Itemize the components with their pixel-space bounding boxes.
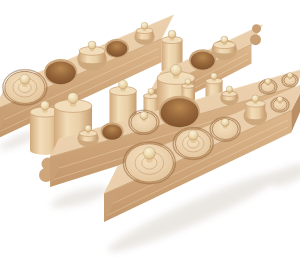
loose-cylinder-mid-tiny2-knob <box>185 79 191 85</box>
block-b-wavy-cap <box>252 24 261 33</box>
block-d-item-1-cylinder <box>123 142 175 184</box>
block-c-item-6-knob <box>265 79 271 85</box>
block-c-item-4-hole <box>160 98 198 127</box>
block-b-wavy-cap <box>250 34 261 45</box>
loose-cylinder-mid-left-knob <box>119 80 128 89</box>
block-a-item-5-knob <box>141 22 148 29</box>
loose-cylinder-left-small-knob <box>41 101 50 110</box>
block-d-item-2-knob <box>188 130 198 140</box>
block-d-item-5-cylinder <box>271 96 289 112</box>
block-a-item-3-knob <box>88 41 96 49</box>
block-c-item-6-cylinder <box>259 79 277 95</box>
block-c-item-5-knob <box>226 86 232 92</box>
block-a-item-4-hole <box>106 41 127 57</box>
block-c-item-1-knob <box>85 125 92 132</box>
loose-cylinder-behind-b-knob <box>168 30 176 38</box>
loose-cylinder-left-large-knob <box>68 93 79 104</box>
block-a-item-1-cylinder <box>3 70 47 105</box>
loose-cylinder-mid-tiny-knob <box>148 88 154 94</box>
block-d-item-1-knob <box>143 147 155 159</box>
drop-shadow-2 <box>49 182 111 212</box>
cylinder-blocks-scene <box>0 0 300 258</box>
block-d-item-3-cylinder <box>210 117 240 141</box>
block-c-item-3-cylinder <box>129 110 159 134</box>
block-d-item-4-knob <box>252 95 259 102</box>
loose-cylinder-mid-small-knob <box>211 73 218 80</box>
block-d-item-3-knob <box>221 118 229 126</box>
block-d-item-5-knob <box>277 96 283 102</box>
block-d-item-2-cylinder <box>173 127 213 159</box>
loose-cylinder-mid-large-knob <box>171 65 182 76</box>
block-b-item-2-knob <box>221 36 228 43</box>
montessori-cylinder-blocks-photo <box>0 0 300 258</box>
block-a-item-1-knob <box>20 74 30 84</box>
block-b-item-1-hole <box>191 52 215 70</box>
block-c-item-2-hole <box>102 124 122 139</box>
block-a-item-2-hole <box>46 61 76 84</box>
block-c-item-3-knob <box>140 112 148 120</box>
block-c-item-7-knob <box>287 73 293 79</box>
